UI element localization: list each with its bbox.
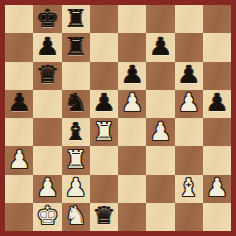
square-c2[interactable]: ♟ (62, 175, 90, 203)
square-d2[interactable] (90, 175, 118, 203)
square-d1[interactable]: ♛ (90, 203, 118, 231)
square-c4[interactable]: ♝ (62, 118, 90, 146)
square-e5[interactable]: ♟ (118, 90, 146, 118)
square-a5[interactable]: ♟ (5, 90, 33, 118)
square-h6[interactable] (203, 62, 231, 90)
square-b2[interactable]: ♟ (33, 175, 61, 203)
square-d4[interactable]: ♜ (90, 118, 118, 146)
piece-black-knight[interactable]: ♞ (64, 90, 86, 115)
square-c8[interactable]: ♜ (62, 5, 90, 33)
square-b4[interactable] (33, 118, 61, 146)
square-e2[interactable] (118, 175, 146, 203)
square-b5[interactable] (33, 90, 61, 118)
square-c1[interactable]: ♞ (62, 203, 90, 231)
piece-black-rook[interactable]: ♜ (64, 6, 86, 31)
square-f2[interactable] (146, 175, 174, 203)
square-g4[interactable] (175, 118, 203, 146)
square-d6[interactable] (90, 62, 118, 90)
square-h7[interactable] (203, 33, 231, 61)
piece-black-pawn[interactable]: ♟ (36, 34, 58, 59)
square-c3[interactable]: ♜ (62, 146, 90, 174)
piece-white-rook[interactable]: ♜ (64, 147, 86, 172)
piece-white-bishop[interactable]: ♝ (177, 175, 199, 200)
piece-white-king[interactable]: ♚ (36, 203, 58, 228)
piece-white-pawn[interactable]: ♟ (64, 175, 86, 200)
square-f6[interactable] (146, 62, 174, 90)
square-b3[interactable] (33, 146, 61, 174)
piece-black-queen[interactable]: ♛ (36, 62, 58, 87)
square-e7[interactable] (118, 33, 146, 61)
piece-white-pawn[interactable]: ♟ (8, 147, 30, 172)
square-f1[interactable] (146, 203, 174, 231)
square-e4[interactable] (118, 118, 146, 146)
piece-black-rook[interactable]: ♜ (64, 34, 86, 59)
square-f8[interactable] (146, 5, 174, 33)
square-f3[interactable] (146, 146, 174, 174)
square-b1[interactable]: ♚ (33, 203, 61, 231)
square-h8[interactable] (203, 5, 231, 33)
square-f5[interactable] (146, 90, 174, 118)
square-d8[interactable] (90, 5, 118, 33)
piece-black-bishop[interactable]: ♝ (64, 119, 86, 144)
piece-white-pawn[interactable]: ♟ (149, 119, 171, 144)
square-e8[interactable] (118, 5, 146, 33)
square-g8[interactable] (175, 5, 203, 33)
chess-board: ♚♜♟♜♟♛♟♟♟♞♟♟♟♟♝♜♟♟♜♟♟♝♟♚♞♛ (5, 5, 231, 231)
piece-white-knight[interactable]: ♞ (64, 203, 86, 228)
square-h3[interactable] (203, 146, 231, 174)
square-b8[interactable]: ♚ (33, 5, 61, 33)
square-g3[interactable] (175, 146, 203, 174)
square-a6[interactable] (5, 62, 33, 90)
square-c6[interactable] (62, 62, 90, 90)
piece-black-king[interactable]: ♚ (36, 6, 58, 31)
piece-white-pawn[interactable]: ♟ (36, 175, 58, 200)
piece-black-pawn[interactable]: ♟ (93, 90, 115, 115)
square-d3[interactable] (90, 146, 118, 174)
piece-white-rook[interactable]: ♜ (93, 119, 115, 144)
square-f4[interactable]: ♟ (146, 118, 174, 146)
square-g6[interactable]: ♟ (175, 62, 203, 90)
square-g5[interactable]: ♟ (175, 90, 203, 118)
square-e6[interactable]: ♟ (118, 62, 146, 90)
square-f7[interactable]: ♟ (146, 33, 174, 61)
square-b7[interactable]: ♟ (33, 33, 61, 61)
square-h4[interactable] (203, 118, 231, 146)
square-a8[interactable] (5, 5, 33, 33)
square-e1[interactable] (118, 203, 146, 231)
square-g2[interactable]: ♝ (175, 175, 203, 203)
square-a7[interactable] (5, 33, 33, 61)
square-a1[interactable] (5, 203, 33, 231)
square-g1[interactable] (175, 203, 203, 231)
square-h5[interactable]: ♟ (203, 90, 231, 118)
piece-black-pawn[interactable]: ♟ (8, 90, 30, 115)
piece-black-pawn[interactable]: ♟ (206, 90, 228, 115)
piece-black-pawn[interactable]: ♟ (149, 34, 171, 59)
square-c7[interactable]: ♜ (62, 33, 90, 61)
square-a4[interactable] (5, 118, 33, 146)
square-c5[interactable]: ♞ (62, 90, 90, 118)
piece-white-pawn[interactable]: ♟ (206, 175, 228, 200)
square-a2[interactable] (5, 175, 33, 203)
board-frame: ♚♜♟♜♟♛♟♟♟♞♟♟♟♟♝♜♟♟♜♟♟♝♟♚♞♛ (0, 0, 236, 236)
square-b6[interactable]: ♛ (33, 62, 61, 90)
square-h2[interactable]: ♟ (203, 175, 231, 203)
square-d7[interactable] (90, 33, 118, 61)
square-g7[interactable] (175, 33, 203, 61)
square-d5[interactable]: ♟ (90, 90, 118, 118)
piece-black-pawn[interactable]: ♟ (121, 62, 143, 87)
square-e3[interactable] (118, 146, 146, 174)
piece-black-pawn[interactable]: ♟ (177, 62, 199, 87)
square-a3[interactable]: ♟ (5, 146, 33, 174)
piece-white-pawn[interactable]: ♟ (177, 90, 199, 115)
piece-black-queen[interactable]: ♛ (93, 203, 115, 228)
piece-white-pawn[interactable]: ♟ (121, 90, 143, 115)
square-h1[interactable] (203, 203, 231, 231)
